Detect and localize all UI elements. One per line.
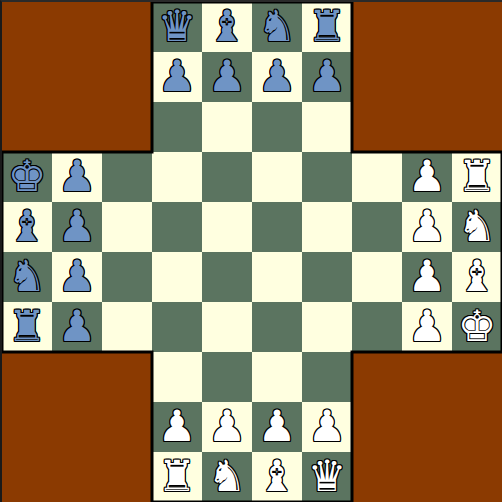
board-square-r2c6[interactable] [302,102,352,152]
off-board-area [452,2,502,52]
white-queen-piece[interactable]: ♛ [302,452,352,502]
board-square-r2c3[interactable] [152,102,202,152]
board-square-r3c7[interactable] [352,152,402,202]
board-square-r4c2[interactable] [102,202,152,252]
board: ♛♝♞♜♟♟♟♟♚♟♟♜♝♟♟♞♞♟♟♝♜♟♟♚♟♟♟♟♜♞♝♛ [2,2,502,502]
board-square-r1c6[interactable]: ♟ [302,52,352,102]
board-square-r1c5[interactable]: ♟ [252,52,302,102]
off-board-area [352,402,402,452]
board-square-r3c0[interactable]: ♚ [2,152,52,202]
off-board-area [402,352,452,402]
blue-knight-piece[interactable]: ♞ [252,2,302,52]
board-square-r5c5[interactable] [252,252,302,302]
blue-pawn-piece[interactable]: ♟ [52,302,102,352]
board-square-r8c5[interactable]: ♟ [252,402,302,452]
board-square-r3c8[interactable]: ♟ [402,152,452,202]
board-square-r3c6[interactable] [302,152,352,202]
off-board-area [52,352,102,402]
board-square-r0c6[interactable]: ♜ [302,2,352,52]
blue-pawn-piece[interactable]: ♟ [52,152,102,202]
board-square-r8c3[interactable]: ♟ [152,402,202,452]
blue-pawn-piece[interactable]: ♟ [152,52,202,102]
board-square-r6c5[interactable] [252,302,302,352]
board-square-r5c8[interactable]: ♟ [402,252,452,302]
board-square-r4c7[interactable] [352,202,402,252]
off-board-area [452,52,502,102]
off-board-area [102,402,152,452]
board-square-r7c6[interactable] [302,352,352,402]
board-square-r6c4[interactable] [202,302,252,352]
board-square-r7c5[interactable] [252,352,302,402]
blue-king-piece[interactable]: ♚ [2,152,52,202]
board-square-r6c7[interactable] [352,302,402,352]
board-square-r5c6[interactable] [302,252,352,302]
board-square-r6c6[interactable] [302,302,352,352]
board-square-r3c9[interactable]: ♜ [452,152,502,202]
board-square-r4c5[interactable] [252,202,302,252]
white-pawn-piece[interactable]: ♟ [402,302,452,352]
white-pawn-piece[interactable]: ♟ [402,152,452,202]
board-square-r3c5[interactable] [252,152,302,202]
board-square-r7c3[interactable] [152,352,202,402]
board-square-r3c3[interactable] [152,152,202,202]
board-square-r6c8[interactable]: ♟ [402,302,452,352]
board-square-r5c3[interactable] [152,252,202,302]
off-board-area [452,402,502,452]
off-board-area [2,52,52,102]
board-square-r5c2[interactable] [102,252,152,302]
off-board-area [52,452,102,502]
blue-bishop-piece[interactable]: ♝ [2,202,52,252]
off-board-area [2,402,52,452]
off-board-area [402,52,452,102]
white-bishop-piece[interactable]: ♝ [452,252,502,302]
board-square-r4c9[interactable]: ♞ [452,202,502,252]
white-pawn-piece[interactable]: ♟ [252,402,302,452]
off-board-area [52,52,102,102]
off-board-area [402,102,452,152]
board-square-r0c5[interactable]: ♞ [252,2,302,52]
off-board-area [352,52,402,102]
board-square-r4c4[interactable] [202,202,252,252]
blue-pawn-piece[interactable]: ♟ [52,202,102,252]
board-square-r4c6[interactable] [302,202,352,252]
off-board-area [452,102,502,152]
board-square-r9c4[interactable]: ♞ [202,452,252,502]
board-square-r0c3[interactable]: ♛ [152,2,202,52]
game-window: ♛♝♞♜♟♟♟♟♚♟♟♜♝♟♟♞♞♟♟♝♜♟♟♚♟♟♟♟♜♞♝♛ [0,0,502,502]
board-square-r1c4[interactable]: ♟ [202,52,252,102]
off-board-area [452,352,502,402]
off-board-area [102,102,152,152]
board-square-r4c8[interactable]: ♟ [402,202,452,252]
board-square-r0c4[interactable]: ♝ [202,2,252,52]
off-board-area [52,102,102,152]
blue-pawn-piece[interactable]: ♟ [252,52,302,102]
white-bishop-piece[interactable]: ♝ [252,452,302,502]
board-square-r6c3[interactable] [152,302,202,352]
off-board-area [102,352,152,402]
white-king-piece[interactable]: ♚ [452,302,502,352]
off-board-area [102,452,152,502]
off-board-area [402,452,452,502]
off-board-area [352,102,402,152]
white-rook-piece[interactable]: ♜ [452,152,502,202]
board-square-r8c6[interactable]: ♟ [302,402,352,452]
board-square-r9c6[interactable]: ♛ [302,452,352,502]
board-square-r3c4[interactable] [202,152,252,202]
off-board-area [52,402,102,452]
white-pawn-piece[interactable]: ♟ [402,252,452,302]
board-square-r6c2[interactable] [102,302,152,352]
board-square-r5c1[interactable]: ♟ [52,252,102,302]
off-board-area [352,452,402,502]
white-knight-piece[interactable]: ♞ [202,452,252,502]
board-square-r4c3[interactable] [152,202,202,252]
board-square-r5c0[interactable]: ♞ [2,252,52,302]
off-board-area [402,402,452,452]
off-board-area [2,352,52,402]
board-square-r7c4[interactable] [202,352,252,402]
white-knight-piece[interactable]: ♞ [452,202,502,252]
board-square-r6c0[interactable]: ♜ [2,302,52,352]
off-board-area [352,352,402,402]
board-square-r6c9[interactable]: ♚ [452,302,502,352]
board-square-r9c3[interactable]: ♜ [152,452,202,502]
board-square-r4c0[interactable]: ♝ [2,202,52,252]
board-square-r5c7[interactable] [352,252,402,302]
blue-bishop-piece[interactable]: ♝ [202,2,252,52]
board-square-r4c1[interactable]: ♟ [52,202,102,252]
off-board-area [2,452,52,502]
off-board-area [2,102,52,152]
blue-knight-piece[interactable]: ♞ [2,252,52,302]
blue-pawn-piece[interactable]: ♟ [52,252,102,302]
board-square-r2c4[interactable] [202,102,252,152]
board-square-r9c5[interactable]: ♝ [252,452,302,502]
blue-rook-piece[interactable]: ♜ [2,302,52,352]
board-square-r1c3[interactable]: ♟ [152,52,202,102]
blue-queen-piece[interactable]: ♛ [152,2,202,52]
white-rook-piece[interactable]: ♜ [152,452,202,502]
off-board-area [102,2,152,52]
blue-rook-piece[interactable]: ♜ [302,2,352,52]
off-board-area [352,2,402,52]
board-square-r3c2[interactable] [102,152,152,202]
off-board-area [452,452,502,502]
off-board-area [402,2,452,52]
board-square-r2c5[interactable] [252,102,302,152]
off-board-area [52,2,102,52]
board-square-r5c9[interactable]: ♝ [452,252,502,302]
board-square-r5c4[interactable] [202,252,252,302]
board-square-r8c4[interactable]: ♟ [202,402,252,452]
off-board-area [2,2,52,52]
board-square-r3c1[interactable]: ♟ [52,152,102,202]
blue-pawn-piece[interactable]: ♟ [202,52,252,102]
board-square-r6c1[interactable]: ♟ [52,302,102,352]
off-board-area [102,52,152,102]
white-pawn-piece[interactable]: ♟ [302,402,352,452]
white-pawn-piece[interactable]: ♟ [402,202,452,252]
white-pawn-piece[interactable]: ♟ [202,402,252,452]
white-pawn-piece[interactable]: ♟ [152,402,202,452]
blue-pawn-piece[interactable]: ♟ [302,52,352,102]
